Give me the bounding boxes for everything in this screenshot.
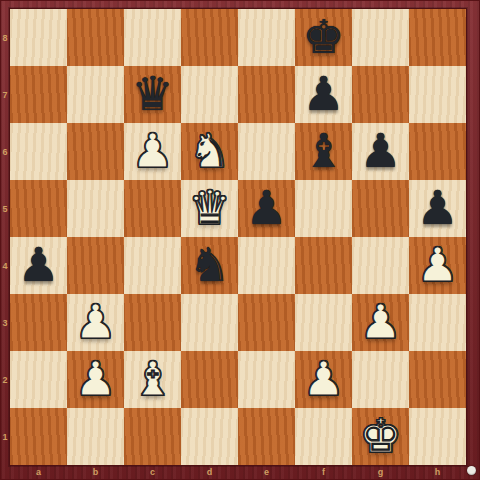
square-c4[interactable] [124,237,181,294]
rank-label-8: 8 [0,9,10,66]
square-h2[interactable] [409,351,466,408]
piece-black-pawn[interactable]: ♟ [245,184,287,231]
square-c5[interactable] [124,180,181,237]
square-h3[interactable] [409,294,466,351]
square-b5[interactable] [67,180,124,237]
square-h5[interactable]: ♟ [409,180,466,237]
square-a6[interactable] [10,123,67,180]
file-label-c: c [124,464,181,480]
square-d4[interactable]: ♞ [181,237,238,294]
rank-label-4: 4 [0,237,10,294]
square-d7[interactable] [181,66,238,123]
piece-black-knight[interactable]: ♞ [188,241,230,288]
piece-white-bishop[interactable]: ♝ [131,355,173,402]
square-f5[interactable] [295,180,352,237]
square-e1[interactable] [238,408,295,465]
square-h8[interactable] [409,9,466,66]
square-f6[interactable]: ♝ [295,123,352,180]
piece-white-knight[interactable]: ♞ [188,127,230,174]
square-f4[interactable] [295,237,352,294]
square-e6[interactable] [238,123,295,180]
rank-labels: 87654321 [0,9,10,465]
square-e5[interactable]: ♟ [238,180,295,237]
square-b4[interactable] [67,237,124,294]
piece-white-pawn[interactable]: ♟ [302,355,344,402]
piece-white-queen[interactable]: ♛ [188,184,230,231]
piece-black-queen[interactable]: ♛ [131,70,173,117]
square-d3[interactable] [181,294,238,351]
file-label-a: a [10,464,67,480]
square-f3[interactable] [295,294,352,351]
square-b2[interactable]: ♟ [67,351,124,408]
square-h6[interactable] [409,123,466,180]
square-a2[interactable] [10,351,67,408]
square-d2[interactable] [181,351,238,408]
square-c3[interactable] [124,294,181,351]
square-c7[interactable]: ♛ [124,66,181,123]
piece-black-king[interactable]: ♚ [302,13,344,60]
file-label-e: e [238,464,295,480]
square-e7[interactable] [238,66,295,123]
square-g4[interactable] [352,237,409,294]
square-f2[interactable]: ♟ [295,351,352,408]
square-e3[interactable] [238,294,295,351]
square-c2[interactable]: ♝ [124,351,181,408]
square-d5[interactable]: ♛ [181,180,238,237]
rank-label-6: 6 [0,123,10,180]
file-label-b: b [67,464,124,480]
file-label-f: f [295,464,352,480]
square-b3[interactable]: ♟ [67,294,124,351]
rank-label-7: 7 [0,66,10,123]
rank-label-3: 3 [0,294,10,351]
square-a8[interactable] [10,9,67,66]
square-a7[interactable] [10,66,67,123]
square-a5[interactable] [10,180,67,237]
square-h7[interactable] [409,66,466,123]
piece-black-bishop[interactable]: ♝ [302,127,344,174]
piece-black-pawn[interactable]: ♟ [17,241,59,288]
square-c1[interactable] [124,408,181,465]
piece-black-pawn[interactable]: ♟ [359,127,401,174]
square-b7[interactable] [67,66,124,123]
square-f8[interactable]: ♚ [295,9,352,66]
square-h1[interactable] [409,408,466,465]
square-c8[interactable] [124,9,181,66]
square-e8[interactable] [238,9,295,66]
square-c6[interactable]: ♟ [124,123,181,180]
piece-white-pawn[interactable]: ♟ [416,241,458,288]
square-g5[interactable] [352,180,409,237]
rank-label-1: 1 [0,408,10,465]
rank-label-5: 5 [0,180,10,237]
square-a1[interactable] [10,408,67,465]
square-g3[interactable]: ♟ [352,294,409,351]
square-g6[interactable]: ♟ [352,123,409,180]
square-f1[interactable] [295,408,352,465]
chess-board: ♚♛♟♟♞♝♟♛♟♟♟♞♟♟♟♟♝♟♚ [10,9,466,465]
square-e4[interactable] [238,237,295,294]
square-g2[interactable] [352,351,409,408]
square-b6[interactable] [67,123,124,180]
file-label-d: d [181,464,238,480]
square-a4[interactable]: ♟ [10,237,67,294]
square-d1[interactable] [181,408,238,465]
square-d6[interactable]: ♞ [181,123,238,180]
square-g1[interactable]: ♚ [352,408,409,465]
piece-white-pawn[interactable]: ♟ [74,298,116,345]
rank-label-2: 2 [0,351,10,408]
square-e2[interactable] [238,351,295,408]
piece-black-pawn[interactable]: ♟ [416,184,458,231]
square-f7[interactable]: ♟ [295,66,352,123]
square-g8[interactable] [352,9,409,66]
file-label-g: g [352,464,409,480]
square-h4[interactable]: ♟ [409,237,466,294]
white-to-move-indicator [467,466,476,475]
square-a3[interactable] [10,294,67,351]
piece-black-pawn[interactable]: ♟ [302,70,344,117]
square-d8[interactable] [181,9,238,66]
square-b1[interactable] [67,408,124,465]
square-g7[interactable] [352,66,409,123]
piece-white-king[interactable]: ♚ [359,412,401,459]
square-b8[interactable] [67,9,124,66]
file-labels: abcdefgh [10,464,466,480]
piece-white-pawn[interactable]: ♟ [74,355,116,402]
piece-white-pawn[interactable]: ♟ [131,127,173,174]
file-label-h: h [409,464,466,480]
piece-white-pawn[interactable]: ♟ [359,298,401,345]
